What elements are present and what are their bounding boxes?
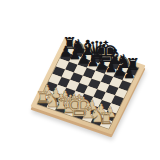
chess-set-photo: ♜♞♝♟♛♟♚♟♝♟♞♟♜♟♟♟♟♟♟♜♟♞♟♝♟♛♟♚♟♝♞♜ [0,0,160,160]
board-frame [30,37,145,134]
